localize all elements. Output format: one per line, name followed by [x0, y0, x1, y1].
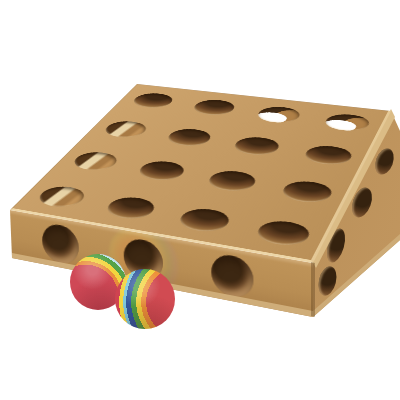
top-hole-r3c3[interactable]: [204, 169, 261, 194]
top-hole-r2c4[interactable]: [301, 144, 355, 167]
top-hole-r1c4[interactable]: [322, 112, 373, 132]
top-hole-r2c3[interactable]: [230, 135, 283, 157]
front-hole-1[interactable]: [42, 222, 80, 267]
top-hole-r4c1[interactable]: [33, 184, 91, 209]
top-hole-r2c1[interactable]: [100, 119, 151, 139]
top-hole-r1c3[interactable]: [254, 105, 304, 124]
top-hole-r3c2[interactable]: [134, 159, 190, 183]
top-hole-r2c2[interactable]: [163, 127, 215, 148]
top-hole-r3c4[interactable]: [278, 179, 336, 205]
top-hole-r4c4[interactable]: [252, 218, 314, 248]
right-side-hole-1[interactable]: [371, 145, 396, 176]
top-hole-r3c1[interactable]: [68, 150, 122, 172]
front-hole-3[interactable]: [211, 252, 254, 301]
top-hole-r4c3[interactable]: [174, 206, 234, 234]
product-photo-stage: [0, 0, 400, 400]
top-hole-r4c2[interactable]: [101, 195, 160, 222]
rainbow-ball-right[interactable]: [115, 269, 175, 329]
top-hole-r1c1[interactable]: [129, 92, 178, 110]
top-hole-r1c2[interactable]: [189, 98, 238, 116]
right-side-hole-2[interactable]: [348, 184, 376, 219]
right-side-hole-4[interactable]: [315, 264, 339, 297]
